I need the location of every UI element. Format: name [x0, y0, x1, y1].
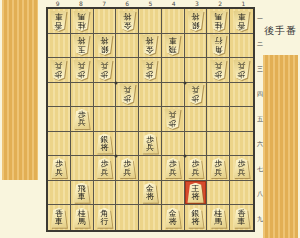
- gote-piece-45[interactable]: 歩兵: [162, 107, 184, 131]
- sente-piece-19[interactable]: 香車: [230, 205, 253, 230]
- sente-piece-76[interactable]: 銀将: [94, 132, 116, 156]
- sente-piece-58[interactable]: 金将: [139, 181, 161, 205]
- sente-piece-77[interactable]: 歩兵: [94, 156, 116, 180]
- gote-piece-82[interactable]: 玉将: [71, 34, 93, 58]
- board-square[interactable]: 角行: [94, 205, 117, 230]
- gote-piece-42[interactable]: 飛車: [162, 34, 184, 58]
- board-square[interactable]: 歩兵: [230, 58, 253, 83]
- board-square[interactable]: [162, 9, 185, 34]
- sente-piece-39[interactable]: 銀将: [185, 205, 207, 230]
- board-square[interactable]: [48, 181, 71, 206]
- file-labels: 987654321: [46, 0, 255, 7]
- board-square[interactable]: 金将: [162, 205, 185, 230]
- board-square[interactable]: [162, 83, 185, 108]
- file-label: 5: [139, 0, 162, 7]
- sente-piece-37[interactable]: 歩兵: [185, 156, 207, 180]
- board-square[interactable]: 歩兵: [162, 107, 185, 132]
- board-square[interactable]: [94, 107, 117, 132]
- board-square[interactable]: [230, 181, 253, 206]
- rank-label: 二: [256, 32, 264, 57]
- board-square[interactable]: 飛車: [71, 181, 94, 206]
- board-square[interactable]: [230, 34, 253, 59]
- board-square[interactable]: 香車: [230, 9, 253, 34]
- sente-piece-99[interactable]: 香車: [48, 205, 70, 230]
- file-label: 2: [209, 0, 232, 7]
- board-square[interactable]: [230, 107, 253, 132]
- file-label: 7: [92, 0, 115, 7]
- board-square[interactable]: 歩兵: [139, 132, 162, 157]
- sente-piece-29[interactable]: 桂馬: [207, 205, 229, 230]
- board-square[interactable]: 金将: [116, 9, 139, 34]
- board-square[interactable]: [48, 132, 71, 157]
- gote-piece-64[interactable]: 歩兵: [116, 83, 138, 107]
- board-square[interactable]: [185, 34, 208, 59]
- sente-piece-49[interactable]: 金将: [162, 205, 184, 230]
- board-square[interactable]: [71, 132, 94, 157]
- board-square[interactable]: 香車: [230, 205, 253, 230]
- board-square[interactable]: [139, 83, 162, 108]
- board-square[interactable]: [162, 181, 185, 206]
- gote-piece-81[interactable]: 桂馬: [71, 9, 93, 33]
- board-square[interactable]: 銀将: [94, 132, 117, 157]
- gote-piece-91[interactable]: 香車: [48, 9, 70, 33]
- board-square[interactable]: [162, 132, 185, 157]
- sente-piece-56[interactable]: 歩兵: [139, 132, 161, 156]
- gote-piece-22[interactable]: 角行: [207, 34, 229, 58]
- sente-hand-tray: [263, 55, 298, 238]
- rank-labels: 一二三四五六七八九: [256, 7, 264, 232]
- board-square[interactable]: 桂馬: [71, 9, 94, 34]
- sente-piece-88[interactable]: 飛車: [71, 181, 93, 205]
- gote-piece-23[interactable]: 歩兵: [207, 58, 229, 82]
- rank-label: 七: [256, 157, 264, 182]
- board-square[interactable]: 歩兵: [71, 107, 94, 132]
- board-square[interactable]: 桂馬: [207, 205, 230, 230]
- board-square[interactable]: [94, 9, 117, 34]
- board-square[interactable]: [207, 107, 230, 132]
- board-square[interactable]: [94, 83, 117, 108]
- board-square[interactable]: 歩兵: [207, 156, 230, 181]
- sente-piece-38[interactable]: 王将: [185, 181, 207, 205]
- board-square[interactable]: [185, 132, 208, 157]
- board-square[interactable]: 銀将: [185, 9, 208, 34]
- board-square[interactable]: [162, 58, 185, 83]
- board-square[interactable]: 金将: [139, 34, 162, 59]
- shogi-app: 後手番 987654321 一二三四五六七八九 香車桂馬金将銀将桂馬香車玉将銀将…: [0, 0, 300, 238]
- board-square[interactable]: 歩兵: [94, 58, 117, 83]
- board-square[interactable]: [116, 58, 139, 83]
- board-square[interactable]: 銀将: [94, 34, 117, 59]
- file-label: 3: [185, 0, 208, 7]
- board-square[interactable]: [207, 181, 230, 206]
- board-square[interactable]: [230, 83, 253, 108]
- file-label: 6: [116, 0, 139, 7]
- rank-label: 六: [256, 132, 264, 157]
- gote-hand-tray: [2, 0, 38, 180]
- board-square[interactable]: [185, 58, 208, 83]
- board-square[interactable]: 歩兵: [185, 83, 208, 108]
- file-label: 1: [232, 0, 255, 7]
- gote-piece-31[interactable]: 銀将: [185, 9, 207, 33]
- gote-piece-83[interactable]: 歩兵: [71, 58, 93, 82]
- board-square[interactable]: [116, 34, 139, 59]
- rank-label: 八: [256, 182, 264, 207]
- board-square[interactable]: [48, 107, 71, 132]
- board-square[interactable]: 歩兵: [48, 58, 71, 83]
- board-square[interactable]: 飛車: [162, 34, 185, 59]
- board-square[interactable]: 桂馬: [71, 205, 94, 230]
- board-square[interactable]: [207, 83, 230, 108]
- board-square[interactable]: [94, 181, 117, 206]
- rank-label: 一: [256, 7, 264, 32]
- board-square[interactable]: 香車: [48, 9, 71, 34]
- gote-piece-34[interactable]: 歩兵: [185, 83, 207, 107]
- board-square[interactable]: 歩兵: [162, 156, 185, 181]
- board-square[interactable]: [139, 9, 162, 34]
- board-square[interactable]: [230, 132, 253, 157]
- rank-label: 三: [256, 57, 264, 82]
- board-square[interactable]: 歩兵: [139, 58, 162, 83]
- gote-piece-72[interactable]: 銀将: [94, 34, 116, 58]
- gote-piece-52[interactable]: 金将: [139, 34, 161, 58]
- board-square[interactable]: [48, 83, 71, 108]
- board-square[interactable]: 歩兵: [94, 156, 117, 181]
- board-square[interactable]: 歩兵: [207, 58, 230, 83]
- gote-piece-93[interactable]: 歩兵: [48, 58, 70, 82]
- board-square[interactable]: [48, 34, 71, 59]
- board-square[interactable]: 歩兵: [185, 156, 208, 181]
- gote-piece-11[interactable]: 香車: [230, 9, 253, 33]
- rank-label: 九: [256, 207, 264, 232]
- board-square[interactable]: 歩兵: [116, 83, 139, 108]
- sente-piece-27[interactable]: 歩兵: [207, 156, 229, 180]
- gote-piece-13[interactable]: 歩兵: [230, 58, 253, 82]
- shogi-board[interactable]: 香車桂馬金将銀将桂馬香車玉将銀将金将飛車角行歩兵歩兵歩兵歩兵歩兵歩兵歩兵歩兵歩兵…: [46, 7, 255, 232]
- file-label: 8: [69, 0, 92, 7]
- board-square[interactable]: [207, 132, 230, 157]
- rank-label: 五: [256, 107, 264, 132]
- sente-piece-17[interactable]: 歩兵: [230, 156, 253, 180]
- board-square[interactable]: [116, 181, 139, 206]
- board-square[interactable]: 角行: [207, 34, 230, 59]
- sente-piece-85[interactable]: 歩兵: [71, 107, 93, 131]
- gote-piece-61[interactable]: 金将: [116, 9, 138, 33]
- board-square[interactable]: 歩兵: [71, 58, 94, 83]
- sente-piece-67[interactable]: 歩兵: [116, 156, 138, 180]
- board-square[interactable]: [71, 83, 94, 108]
- board-square[interactable]: 歩兵: [48, 156, 71, 181]
- board-square[interactable]: 王将: [185, 181, 208, 206]
- board-square[interactable]: 歩兵: [116, 156, 139, 181]
- board-square[interactable]: 香車: [48, 205, 71, 230]
- board-square[interactable]: [139, 205, 162, 230]
- board-square[interactable]: [116, 132, 139, 157]
- board-square[interactable]: 桂馬: [207, 9, 230, 34]
- sente-piece-89[interactable]: 桂馬: [71, 205, 93, 230]
- board-square[interactable]: [116, 107, 139, 132]
- sente-piece-47[interactable]: 歩兵: [162, 156, 184, 180]
- file-label: 9: [46, 0, 69, 7]
- file-label: 4: [162, 0, 185, 7]
- board-square[interactable]: [116, 205, 139, 230]
- board-square[interactable]: 玉将: [71, 34, 94, 59]
- board-square[interactable]: [71, 156, 94, 181]
- board-square[interactable]: 銀将: [185, 205, 208, 230]
- sente-piece-97[interactable]: 歩兵: [48, 156, 70, 180]
- gote-piece-53[interactable]: 歩兵: [139, 58, 161, 82]
- turn-indicator: 後手番: [264, 24, 297, 38]
- gote-piece-73[interactable]: 歩兵: [94, 58, 116, 82]
- rank-label: 四: [256, 82, 264, 107]
- sente-piece-79[interactable]: 角行: [94, 205, 116, 230]
- board-square[interactable]: [139, 156, 162, 181]
- board-square[interactable]: [139, 107, 162, 132]
- board-square[interactable]: 金将: [139, 181, 162, 206]
- board-square[interactable]: 歩兵: [230, 156, 253, 181]
- board-square[interactable]: [185, 107, 208, 132]
- gote-piece-21[interactable]: 桂馬: [207, 9, 229, 33]
